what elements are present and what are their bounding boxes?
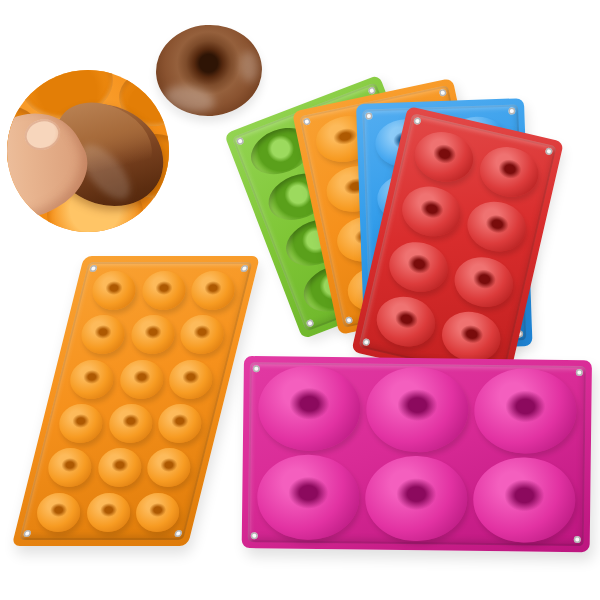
donut-bump [366, 366, 469, 453]
donut-bump [59, 404, 103, 443]
donut-bump [97, 448, 141, 487]
chocolate-donut [153, 21, 265, 119]
donut-bump [475, 141, 543, 202]
donut-bump [191, 271, 235, 310]
donut-bump [372, 291, 440, 352]
product-photo [0, 0, 600, 600]
donut-bump [180, 315, 224, 354]
cavity-grid [29, 268, 243, 534]
donut-bump [141, 271, 185, 310]
donut-bump [157, 404, 201, 443]
donut-bump [108, 404, 152, 443]
cavity-grid [254, 363, 580, 545]
donut-bump [86, 493, 130, 532]
donut-bump [474, 368, 577, 455]
donut-bump [385, 236, 453, 297]
donut-bump [473, 457, 576, 544]
donut-bump [70, 360, 114, 399]
donut-bump [37, 493, 81, 532]
donut-bump [450, 251, 518, 312]
donut-bump [130, 315, 174, 354]
inset-circle [7, 70, 169, 232]
donut-bump [81, 315, 125, 354]
donut-bump [463, 196, 531, 257]
donut-bump [169, 360, 213, 399]
mold-orange-18cavity [12, 256, 260, 546]
thumbnail [21, 115, 65, 155]
donut-bump [146, 448, 190, 487]
mold-pink-6cavity [242, 356, 592, 552]
donut-bump [119, 360, 163, 399]
donut-bump [410, 126, 478, 187]
donut-bump [397, 181, 465, 242]
donut-bump [48, 448, 92, 487]
donut-bump [257, 454, 360, 541]
donut-bump [365, 455, 468, 542]
donut-bump [258, 365, 361, 452]
donut-bump [92, 271, 136, 310]
donut-bump [135, 493, 179, 532]
